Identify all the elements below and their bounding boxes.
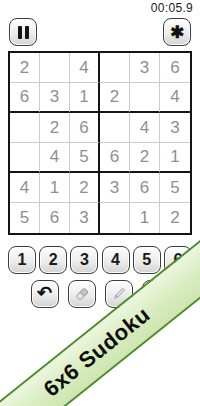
eraser-button[interactable] bbox=[68, 280, 96, 308]
sudoku-board: 24366312426434562141236556312 bbox=[8, 51, 192, 235]
cell-r1c1[interactable]: 2 bbox=[10, 53, 40, 83]
cell-r4c1[interactable] bbox=[10, 143, 40, 173]
cell-r2c4[interactable]: 2 bbox=[100, 83, 130, 113]
cell-r5c6[interactable]: 5 bbox=[160, 173, 190, 203]
number-button-1[interactable]: 1 bbox=[8, 246, 36, 274]
cell-r6c2[interactable]: 6 bbox=[40, 203, 70, 233]
cell-r6c4[interactable] bbox=[100, 203, 130, 233]
number-button-4[interactable]: 4 bbox=[102, 246, 130, 274]
cell-r5c2[interactable]: 1 bbox=[40, 173, 70, 203]
cell-r2c3[interactable]: 1 bbox=[70, 83, 100, 113]
cell-r5c4[interactable]: 3 bbox=[100, 173, 130, 203]
settings-button[interactable]: ✱ bbox=[163, 18, 191, 46]
cell-r3c1[interactable] bbox=[10, 113, 40, 143]
cell-r4c4[interactable]: 6 bbox=[100, 143, 130, 173]
cell-r6c1[interactable]: 5 bbox=[10, 203, 40, 233]
promo-banner-label: 6x6 Sudoku bbox=[39, 302, 156, 403]
pause-button[interactable] bbox=[9, 18, 37, 46]
cell-r2c5[interactable] bbox=[130, 83, 160, 113]
cell-r2c1[interactable]: 6 bbox=[10, 83, 40, 113]
cell-r2c2[interactable]: 3 bbox=[40, 83, 70, 113]
cell-r3c3[interactable]: 6 bbox=[70, 113, 100, 143]
cell-r6c6[interactable]: 2 bbox=[160, 203, 190, 233]
cell-r1c6[interactable]: 6 bbox=[160, 53, 190, 83]
cell-r5c1[interactable]: 4 bbox=[10, 173, 40, 203]
gear-icon: ✱ bbox=[170, 24, 184, 41]
cell-r1c5[interactable]: 3 bbox=[130, 53, 160, 83]
timer: 00:05.9 bbox=[151, 1, 193, 15]
cell-r3c4[interactable] bbox=[100, 113, 130, 143]
cell-r1c3[interactable]: 4 bbox=[70, 53, 100, 83]
cell-r3c2[interactable]: 2 bbox=[40, 113, 70, 143]
cell-r1c2[interactable] bbox=[40, 53, 70, 83]
cell-r3c5[interactable]: 4 bbox=[130, 113, 160, 143]
cell-r4c6[interactable]: 1 bbox=[160, 143, 190, 173]
number-button-3[interactable]: 3 bbox=[70, 246, 98, 274]
cell-r6c3[interactable]: 3 bbox=[70, 203, 100, 233]
eraser-icon bbox=[73, 285, 91, 303]
cell-r3c6[interactable]: 3 bbox=[160, 113, 190, 143]
cell-r2c6[interactable]: 4 bbox=[160, 83, 190, 113]
cell-r4c2[interactable]: 4 bbox=[40, 143, 70, 173]
pause-icon bbox=[18, 26, 29, 39]
cell-r1c4[interactable] bbox=[100, 53, 130, 83]
undo-arrow-icon: ↶ bbox=[37, 284, 52, 302]
cell-r4c5[interactable]: 2 bbox=[130, 143, 160, 173]
undo-button[interactable]: ↶ bbox=[31, 280, 59, 308]
number-button-5[interactable]: 5 bbox=[133, 246, 161, 274]
cell-r4c3[interactable]: 5 bbox=[70, 143, 100, 173]
cell-r6c5[interactable]: 1 bbox=[130, 203, 160, 233]
cell-r5c5[interactable]: 6 bbox=[130, 173, 160, 203]
cell-r5c3[interactable]: 2 bbox=[70, 173, 100, 203]
number-button-2[interactable]: 2 bbox=[39, 246, 67, 274]
